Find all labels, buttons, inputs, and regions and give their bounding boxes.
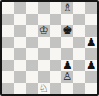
white-bishop: ♗ bbox=[62, 2, 72, 13]
square-g1 bbox=[73, 83, 85, 95]
square-f4 bbox=[61, 48, 73, 60]
square-g3 bbox=[73, 60, 85, 72]
square-c8 bbox=[26, 2, 38, 14]
square-f6: ♚ bbox=[61, 25, 73, 37]
square-e1 bbox=[50, 83, 62, 95]
square-h3: ♟ bbox=[85, 60, 97, 72]
square-e3 bbox=[50, 60, 62, 72]
square-c2 bbox=[26, 71, 38, 83]
square-e2 bbox=[50, 71, 62, 83]
square-g2 bbox=[73, 71, 85, 83]
square-a5 bbox=[2, 37, 14, 49]
square-c7 bbox=[26, 14, 38, 26]
square-a1 bbox=[2, 83, 14, 95]
square-g5 bbox=[73, 37, 85, 49]
square-d8 bbox=[38, 2, 50, 14]
square-h1 bbox=[85, 83, 97, 95]
square-h6 bbox=[85, 25, 97, 37]
square-f8: ♗ bbox=[61, 2, 73, 14]
square-d7 bbox=[38, 14, 50, 26]
black-pawn: ♟ bbox=[86, 60, 96, 71]
square-g7 bbox=[73, 14, 85, 26]
square-b8 bbox=[14, 2, 26, 14]
white-king: ♔ bbox=[39, 25, 49, 36]
square-b3 bbox=[14, 60, 26, 72]
square-d2 bbox=[38, 71, 50, 83]
square-g4 bbox=[73, 48, 85, 60]
chess-diagram: ♗♔♚♟♟♟♙♘ bbox=[0, 0, 99, 96]
square-c5 bbox=[26, 37, 38, 49]
square-b5 bbox=[14, 37, 26, 49]
square-e6 bbox=[50, 25, 62, 37]
square-c6 bbox=[26, 25, 38, 37]
square-f5 bbox=[61, 37, 73, 49]
square-h2 bbox=[85, 71, 97, 83]
square-b1 bbox=[14, 83, 26, 95]
square-c3 bbox=[26, 60, 38, 72]
square-h7 bbox=[85, 14, 97, 26]
black-pawn: ♟ bbox=[62, 60, 72, 71]
square-d5 bbox=[38, 37, 50, 49]
white-pawn: ♙ bbox=[62, 71, 72, 82]
square-e7 bbox=[50, 14, 62, 26]
square-d6: ♔ bbox=[38, 25, 50, 37]
square-a4 bbox=[2, 48, 14, 60]
square-f1 bbox=[61, 83, 73, 95]
square-a3 bbox=[2, 60, 14, 72]
square-f3: ♟ bbox=[61, 60, 73, 72]
square-b4 bbox=[14, 48, 26, 60]
square-h4 bbox=[85, 48, 97, 60]
square-a8 bbox=[2, 2, 14, 14]
white-knight: ♘ bbox=[39, 83, 49, 94]
square-c1 bbox=[26, 83, 38, 95]
square-b2 bbox=[14, 71, 26, 83]
square-c4 bbox=[26, 48, 38, 60]
chess-board: ♗♔♚♟♟♟♙♘ bbox=[2, 2, 97, 94]
square-e8 bbox=[50, 2, 62, 14]
square-g6 bbox=[73, 25, 85, 37]
square-d3 bbox=[38, 60, 50, 72]
square-e5 bbox=[50, 37, 62, 49]
square-b7 bbox=[14, 14, 26, 26]
square-h8 bbox=[85, 2, 97, 14]
square-d1: ♘ bbox=[38, 83, 50, 95]
square-e4 bbox=[50, 48, 62, 60]
square-h5: ♟ bbox=[85, 37, 97, 49]
square-a6 bbox=[2, 25, 14, 37]
square-a2 bbox=[2, 71, 14, 83]
square-a7 bbox=[2, 14, 14, 26]
square-b6 bbox=[14, 25, 26, 37]
square-f2: ♙ bbox=[61, 71, 73, 83]
square-g8 bbox=[73, 2, 85, 14]
square-d4 bbox=[38, 48, 50, 60]
square-f7 bbox=[61, 14, 73, 26]
black-pawn: ♟ bbox=[86, 37, 96, 48]
black-king: ♚ bbox=[62, 25, 72, 36]
